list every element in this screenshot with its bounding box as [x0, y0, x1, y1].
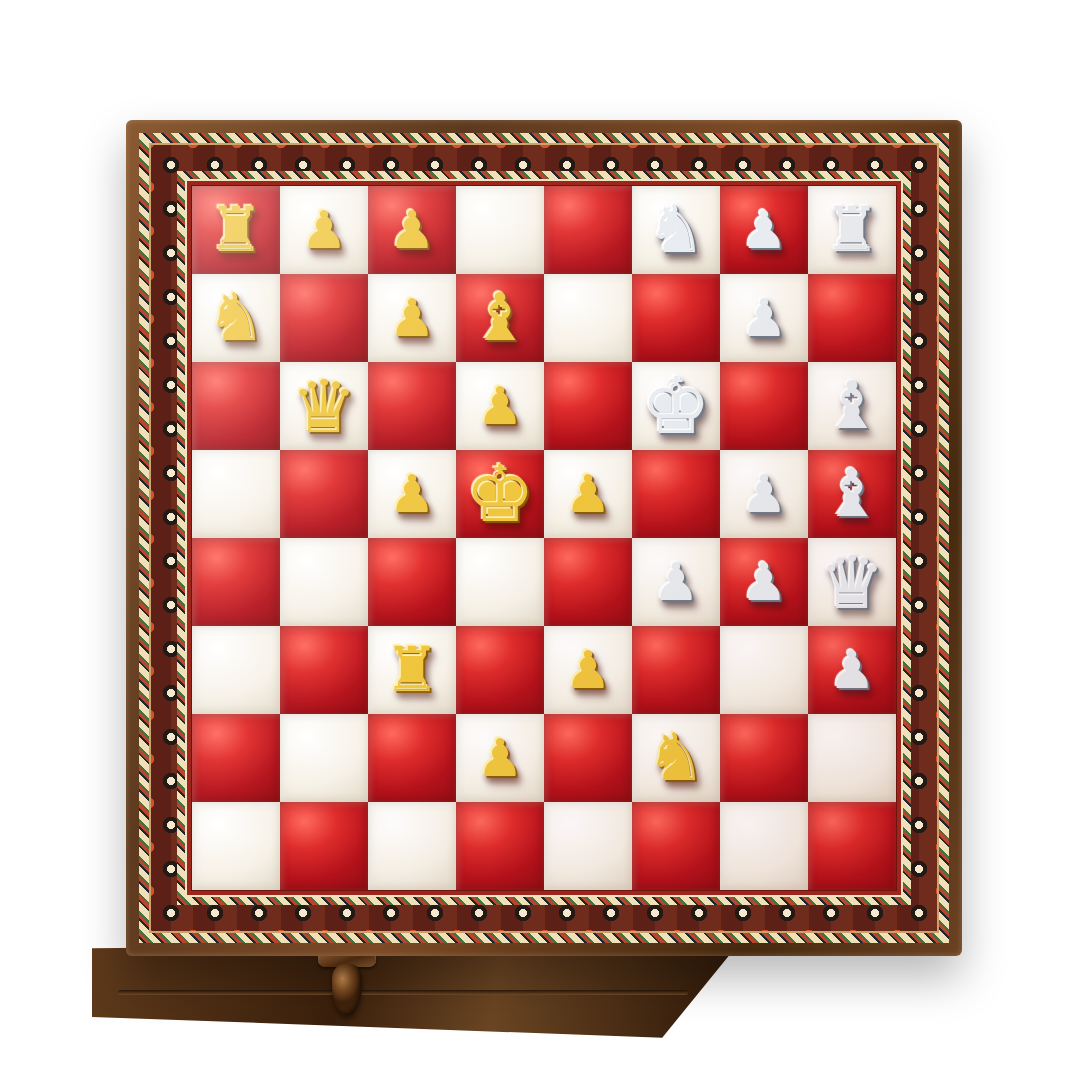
- handle-pull: [332, 964, 362, 1016]
- square-b8[interactable]: ♟: [280, 186, 368, 274]
- piece-gold-pawn[interactable]: ♟: [565, 644, 612, 696]
- square-g2[interactable]: [720, 714, 808, 802]
- piece-gold-knight[interactable]: ♞: [646, 725, 705, 791]
- square-d6[interactable]: ♟: [456, 362, 544, 450]
- square-c3[interactable]: ♜: [368, 626, 456, 714]
- square-f1[interactable]: [632, 802, 720, 890]
- piece-gold-pawn[interactable]: ♟: [565, 468, 612, 520]
- case-drawer-groove: [118, 990, 688, 995]
- square-c6[interactable]: [368, 362, 456, 450]
- square-d4[interactable]: [456, 538, 544, 626]
- square-a4[interactable]: [192, 538, 280, 626]
- square-a6[interactable]: [192, 362, 280, 450]
- piece-gold-queen[interactable]: ♛: [291, 370, 356, 443]
- square-b1[interactable]: [280, 802, 368, 890]
- square-e2[interactable]: [544, 714, 632, 802]
- square-h4[interactable]: ♛: [808, 538, 896, 626]
- piece-gold-knight[interactable]: ♞: [206, 285, 265, 351]
- piece-gold-pawn[interactable]: ♟: [477, 380, 524, 432]
- piece-silver-pawn[interactable]: ♟: [741, 556, 788, 608]
- square-d3[interactable]: [456, 626, 544, 714]
- square-f4[interactable]: ♟: [632, 538, 720, 626]
- square-b2[interactable]: [280, 714, 368, 802]
- square-f5[interactable]: [632, 450, 720, 538]
- square-a3[interactable]: [192, 626, 280, 714]
- stripe-band-outer: ♜♟♟♞♟♜♞♟♝♟♛♟♚♝♟♚♟♟♝♟♟♛♜♟♟♟♞: [139, 133, 949, 943]
- piece-silver-rook[interactable]: ♜: [824, 199, 880, 261]
- chess-board: ♜♟♟♞♟♜♞♟♝♟♛♟♚♝♟♚♟♟♝♟♟♛♜♟♟♟♞: [192, 186, 896, 890]
- piece-gold-pawn[interactable]: ♟: [389, 204, 436, 256]
- square-b5[interactable]: [280, 450, 368, 538]
- square-c1[interactable]: [368, 802, 456, 890]
- mosaic-inlay-band: ♜♟♟♞♟♜♞♟♝♟♛♟♚♝♟♚♟♟♝♟♟♛♜♟♟♟♞: [149, 143, 939, 933]
- square-f8[interactable]: ♞: [632, 186, 720, 274]
- photo-canvas: ♜♟♟♞♟♜♞♟♝♟♛♟♚♝♟♚♟♟♝♟♟♛♜♟♟♟♞: [0, 0, 1080, 1080]
- square-e6[interactable]: [544, 362, 632, 450]
- square-h7[interactable]: [808, 274, 896, 362]
- square-e4[interactable]: [544, 538, 632, 626]
- square-d7[interactable]: ♝: [456, 274, 544, 362]
- square-b3[interactable]: [280, 626, 368, 714]
- square-e8[interactable]: [544, 186, 632, 274]
- square-h8[interactable]: ♜: [808, 186, 896, 274]
- square-f6[interactable]: ♚: [632, 362, 720, 450]
- piece-silver-pawn[interactable]: ♟: [741, 468, 788, 520]
- square-g7[interactable]: ♟: [720, 274, 808, 362]
- piece-silver-pawn[interactable]: ♟: [741, 204, 788, 256]
- piece-silver-bishop[interactable]: ♝: [822, 373, 881, 439]
- square-h1[interactable]: [808, 802, 896, 890]
- square-g6[interactable]: [720, 362, 808, 450]
- square-f3[interactable]: [632, 626, 720, 714]
- piece-silver-king[interactable]: ♚: [641, 367, 711, 445]
- piece-gold-bishop[interactable]: ♝: [470, 285, 529, 351]
- piece-gold-pawn[interactable]: ♟: [477, 732, 524, 784]
- square-c4[interactable]: [368, 538, 456, 626]
- square-h5[interactable]: ♝: [808, 450, 896, 538]
- square-e5[interactable]: ♟: [544, 450, 632, 538]
- piece-gold-rook[interactable]: ♜: [208, 199, 264, 261]
- piece-gold-pawn[interactable]: ♟: [301, 204, 348, 256]
- square-e3[interactable]: ♟: [544, 626, 632, 714]
- square-b6[interactable]: ♛: [280, 362, 368, 450]
- square-a2[interactable]: [192, 714, 280, 802]
- drawer-handle-icon: [310, 952, 384, 1036]
- piece-silver-pawn[interactable]: ♟: [829, 644, 876, 696]
- square-g4[interactable]: ♟: [720, 538, 808, 626]
- square-a1[interactable]: [192, 802, 280, 890]
- piece-silver-bishop[interactable]: ♝: [822, 461, 881, 527]
- square-e7[interactable]: [544, 274, 632, 362]
- square-f7[interactable]: [632, 274, 720, 362]
- piece-gold-rook[interactable]: ♜: [384, 639, 440, 701]
- square-c2[interactable]: [368, 714, 456, 802]
- square-g5[interactable]: ♟: [720, 450, 808, 538]
- square-a5[interactable]: [192, 450, 280, 538]
- piece-silver-pawn[interactable]: ♟: [741, 292, 788, 344]
- piece-silver-pawn[interactable]: ♟: [653, 556, 700, 608]
- square-g8[interactable]: ♟: [720, 186, 808, 274]
- square-h6[interactable]: ♝: [808, 362, 896, 450]
- square-c7[interactable]: ♟: [368, 274, 456, 362]
- square-c8[interactable]: ♟: [368, 186, 456, 274]
- square-d2[interactable]: ♟: [456, 714, 544, 802]
- square-c5[interactable]: ♟: [368, 450, 456, 538]
- square-d1[interactable]: [456, 802, 544, 890]
- square-g1[interactable]: [720, 802, 808, 890]
- piece-gold-pawn[interactable]: ♟: [389, 468, 436, 520]
- square-a7[interactable]: ♞: [192, 274, 280, 362]
- inner-border-line: ♜♟♟♞♟♜♞♟♝♟♛♟♚♝♟♚♟♟♝♟♟♛♜♟♟♟♞: [185, 179, 903, 897]
- square-h2[interactable]: [808, 714, 896, 802]
- square-d5[interactable]: ♚: [456, 450, 544, 538]
- square-b7[interactable]: [280, 274, 368, 362]
- piece-silver-knight[interactable]: ♞: [646, 197, 705, 263]
- piece-silver-queen[interactable]: ♛: [819, 546, 884, 619]
- square-e1[interactable]: [544, 802, 632, 890]
- piece-gold-pawn[interactable]: ♟: [389, 292, 436, 344]
- stripe-band-inner: ♜♟♟♞♟♜♞♟♝♟♛♟♚♝♟♚♟♟♝♟♟♛♜♟♟♟♞: [177, 171, 911, 905]
- square-d8[interactable]: [456, 186, 544, 274]
- wooden-case: [92, 942, 740, 1046]
- board-frame: ♜♟♟♞♟♜♞♟♝♟♛♟♚♝♟♚♟♟♝♟♟♛♜♟♟♟♞: [126, 120, 962, 956]
- square-f2[interactable]: ♞: [632, 714, 720, 802]
- piece-gold-king[interactable]: ♚: [465, 455, 535, 533]
- square-h3[interactable]: ♟: [808, 626, 896, 714]
- square-g3[interactable]: [720, 626, 808, 714]
- square-b4[interactable]: [280, 538, 368, 626]
- square-a8[interactable]: ♜: [192, 186, 280, 274]
